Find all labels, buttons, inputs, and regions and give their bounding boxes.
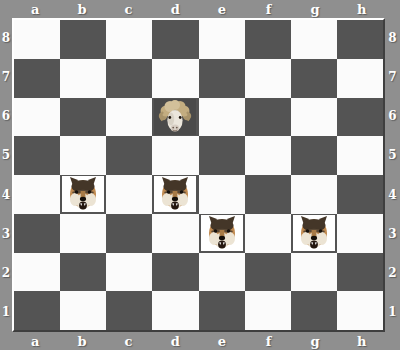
rank-label-5-left: 5	[0, 136, 12, 175]
file-label-a-top: a	[12, 0, 59, 18]
square-a7[interactable]	[14, 59, 60, 98]
square-e4[interactable]	[199, 175, 245, 214]
square-b4[interactable]	[60, 175, 106, 214]
square-b3[interactable]	[60, 214, 106, 253]
square-h2[interactable]	[337, 253, 383, 292]
wolf-piece[interactable]	[62, 176, 104, 212]
square-a6[interactable]	[14, 98, 60, 137]
square-e1[interactable]	[199, 291, 245, 330]
square-g4[interactable]	[291, 175, 337, 214]
square-h5[interactable]	[337, 136, 383, 175]
rank-label-3-left: 3	[0, 214, 12, 253]
rank-label-1-right: 1	[385, 293, 400, 332]
square-d5[interactable]	[152, 136, 198, 175]
square-g2[interactable]	[291, 253, 337, 292]
square-d3[interactable]	[152, 214, 198, 253]
rank-labels-right: 87654321	[385, 18, 400, 332]
file-label-c-bottom: c	[105, 332, 152, 350]
square-a3[interactable]	[14, 214, 60, 253]
square-h8[interactable]	[337, 20, 383, 59]
square-a1[interactable]	[14, 291, 60, 330]
rank-label-8-right: 8	[385, 18, 400, 57]
square-f6[interactable]	[245, 98, 291, 137]
square-e6[interactable]	[199, 98, 245, 137]
rank-label-4-right: 4	[385, 175, 400, 214]
square-f7[interactable]	[245, 59, 291, 98]
file-label-g-bottom: g	[292, 332, 339, 350]
file-label-f-top: f	[245, 0, 292, 18]
file-label-d-top: d	[152, 0, 199, 18]
square-e5[interactable]	[199, 136, 245, 175]
square-d6[interactable]	[152, 98, 198, 137]
square-g8[interactable]	[291, 20, 337, 59]
square-h6[interactable]	[337, 98, 383, 137]
square-b6[interactable]	[60, 98, 106, 137]
square-a4[interactable]	[14, 175, 60, 214]
square-e7[interactable]	[199, 59, 245, 98]
square-f8[interactable]	[245, 20, 291, 59]
file-labels-bottom: abcdefgh	[12, 332, 385, 350]
square-g3[interactable]	[291, 214, 337, 253]
rank-label-6-right: 6	[385, 97, 400, 136]
square-h1[interactable]	[337, 291, 383, 330]
wolf-piece[interactable]	[293, 215, 335, 251]
square-g5[interactable]	[291, 136, 337, 175]
square-e3[interactable]	[199, 214, 245, 253]
square-c8[interactable]	[106, 20, 152, 59]
rank-label-2-right: 2	[385, 254, 400, 293]
square-f3[interactable]	[245, 214, 291, 253]
square-f4[interactable]	[245, 175, 291, 214]
file-label-e-top: e	[199, 0, 246, 18]
rank-label-1-left: 1	[0, 293, 12, 332]
square-e2[interactable]	[199, 253, 245, 292]
game-board	[12, 18, 385, 332]
square-a8[interactable]	[14, 20, 60, 59]
square-c6[interactable]	[106, 98, 152, 137]
rank-label-7-left: 7	[0, 57, 12, 96]
square-c4[interactable]	[106, 175, 152, 214]
square-h4[interactable]	[337, 175, 383, 214]
wolf-piece[interactable]	[201, 215, 243, 251]
square-g6[interactable]	[291, 98, 337, 137]
file-label-g-top: g	[292, 0, 339, 18]
rank-label-3-right: 3	[385, 214, 400, 253]
rank-labels-left: 87654321	[0, 18, 12, 332]
square-f5[interactable]	[245, 136, 291, 175]
square-a2[interactable]	[14, 253, 60, 292]
square-b7[interactable]	[60, 59, 106, 98]
square-b1[interactable]	[60, 291, 106, 330]
square-c1[interactable]	[106, 291, 152, 330]
square-b2[interactable]	[60, 253, 106, 292]
square-d4[interactable]	[152, 175, 198, 214]
square-e8[interactable]	[199, 20, 245, 59]
square-g1[interactable]	[291, 291, 337, 330]
file-labels-top: abcdefgh	[12, 0, 385, 18]
rank-label-8-left: 8	[0, 18, 12, 57]
rank-label-7-right: 7	[385, 57, 400, 96]
rank-label-5-right: 5	[385, 136, 400, 175]
file-label-e-bottom: e	[199, 332, 246, 350]
file-label-b-top: b	[59, 0, 106, 18]
square-f2[interactable]	[245, 253, 291, 292]
square-c5[interactable]	[106, 136, 152, 175]
square-c2[interactable]	[106, 253, 152, 292]
square-d2[interactable]	[152, 253, 198, 292]
square-g7[interactable]	[291, 59, 337, 98]
square-h3[interactable]	[337, 214, 383, 253]
square-c7[interactable]	[106, 59, 152, 98]
file-label-b-bottom: b	[59, 332, 106, 350]
file-label-d-bottom: d	[152, 332, 199, 350]
file-label-c-top: c	[105, 0, 152, 18]
file-label-h-bottom: h	[338, 332, 385, 350]
square-d8[interactable]	[152, 20, 198, 59]
rank-label-6-left: 6	[0, 97, 12, 136]
rank-label-2-left: 2	[0, 254, 12, 293]
square-d7[interactable]	[152, 59, 198, 98]
square-b8[interactable]	[60, 20, 106, 59]
wolf-and-sheep-game-window: abcdefgh 87654321 87654321 abcdefgh	[0, 0, 400, 350]
square-f1[interactable]	[245, 291, 291, 330]
wolf-piece[interactable]	[154, 176, 196, 212]
file-label-f-bottom: f	[245, 332, 292, 350]
file-label-a-bottom: a	[12, 332, 59, 350]
rank-label-4-left: 4	[0, 175, 12, 214]
square-h7[interactable]	[337, 59, 383, 98]
square-a5[interactable]	[14, 136, 60, 175]
sheep-piece[interactable]	[154, 99, 196, 135]
file-label-h-top: h	[338, 0, 385, 18]
square-c3[interactable]	[106, 214, 152, 253]
square-b5[interactable]	[60, 136, 106, 175]
square-d1[interactable]	[152, 291, 198, 330]
